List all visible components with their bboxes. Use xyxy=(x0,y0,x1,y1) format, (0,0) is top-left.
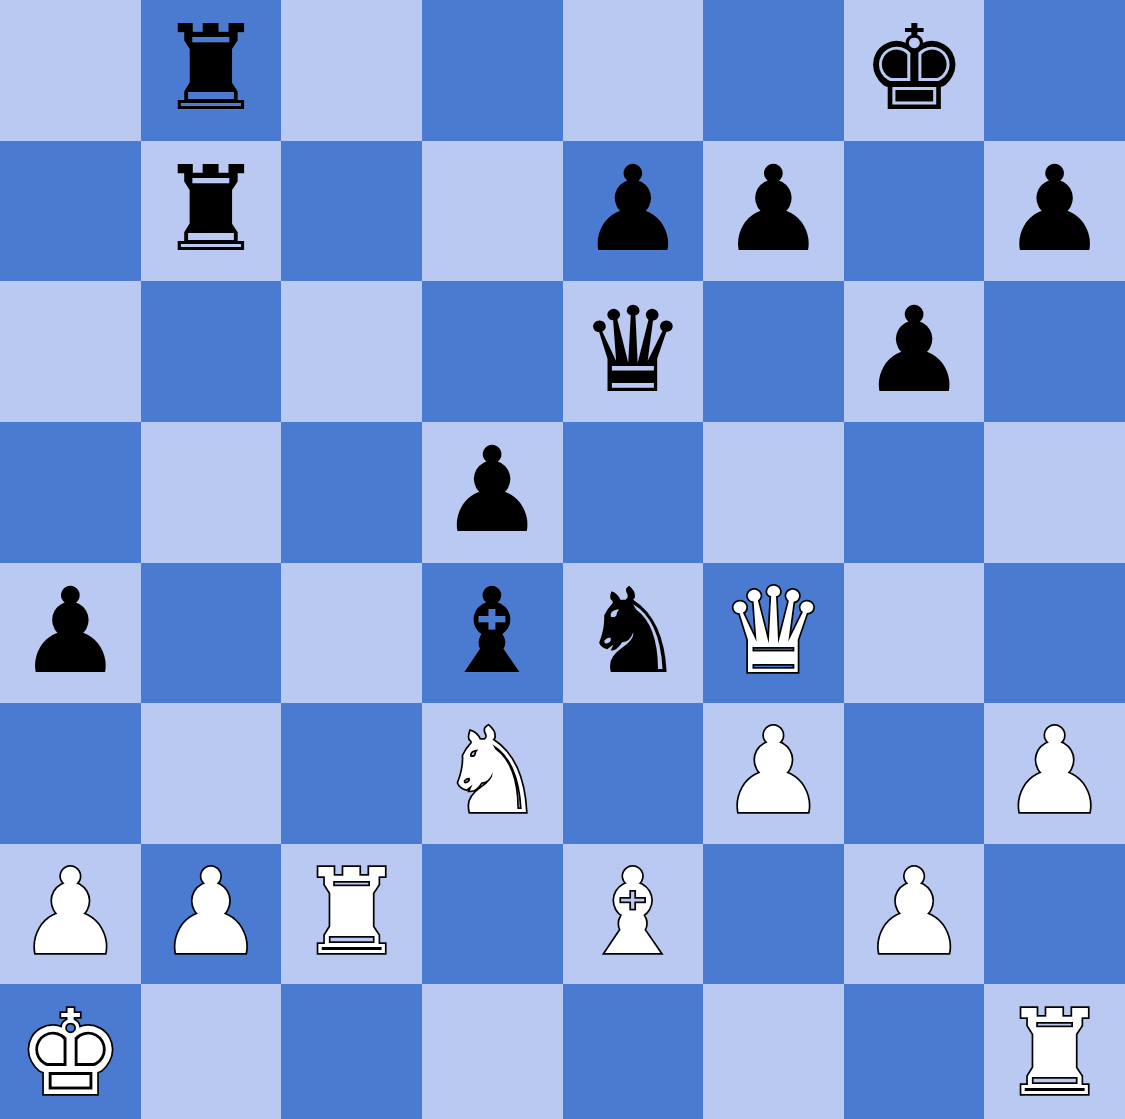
square-g3[interactable] xyxy=(844,703,985,844)
square-d6[interactable] xyxy=(422,281,563,422)
square-d2[interactable] xyxy=(422,844,563,985)
black-pawn[interactable]: ♟ xyxy=(580,150,686,268)
square-a4[interactable]: ♟ xyxy=(0,563,141,704)
square-f4[interactable]: ♛ xyxy=(703,563,844,704)
square-g2[interactable]: ♟ xyxy=(844,844,985,985)
white-pawn[interactable]: ♟ xyxy=(158,853,264,971)
square-f5[interactable] xyxy=(703,422,844,563)
white-bishop[interactable]: ♝ xyxy=(580,853,686,971)
square-c8[interactable] xyxy=(281,0,422,141)
white-knight[interactable]: ♞ xyxy=(439,712,545,830)
square-e1[interactable] xyxy=(563,984,704,1119)
white-queen[interactable]: ♛ xyxy=(721,572,827,690)
square-d1[interactable] xyxy=(422,984,563,1119)
square-f2[interactable] xyxy=(703,844,844,985)
square-c7[interactable] xyxy=(281,141,422,282)
square-h8[interactable] xyxy=(984,0,1125,141)
square-b1[interactable] xyxy=(141,984,282,1119)
square-a3[interactable] xyxy=(0,703,141,844)
square-h6[interactable] xyxy=(984,281,1125,422)
square-e3[interactable] xyxy=(563,703,704,844)
black-pawn[interactable]: ♟ xyxy=(439,431,545,549)
square-e8[interactable] xyxy=(563,0,704,141)
square-f3[interactable]: ♟ xyxy=(703,703,844,844)
square-d8[interactable] xyxy=(422,0,563,141)
square-a8[interactable] xyxy=(0,0,141,141)
chess-board-viewport: ♜♚♜♟♟♟♛♟♟♟♝♞♛♞♟♟♟♟♜♝♟♚♜ xyxy=(0,0,1125,1119)
square-h5[interactable] xyxy=(984,422,1125,563)
square-d4[interactable]: ♝ xyxy=(422,563,563,704)
black-pawn[interactable]: ♟ xyxy=(17,572,123,690)
square-h3[interactable]: ♟ xyxy=(984,703,1125,844)
square-f8[interactable] xyxy=(703,0,844,141)
white-rook[interactable]: ♜ xyxy=(1002,994,1108,1112)
white-pawn[interactable]: ♟ xyxy=(721,712,827,830)
black-knight[interactable]: ♞ xyxy=(580,572,686,690)
square-f1[interactable] xyxy=(703,984,844,1119)
square-b5[interactable] xyxy=(141,422,282,563)
square-a6[interactable] xyxy=(0,281,141,422)
square-e2[interactable]: ♝ xyxy=(563,844,704,985)
black-pawn[interactable]: ♟ xyxy=(1002,150,1108,268)
black-king[interactable]: ♚ xyxy=(861,9,967,127)
square-b8[interactable]: ♜ xyxy=(141,0,282,141)
square-h1[interactable]: ♜ xyxy=(984,984,1125,1119)
square-h2[interactable] xyxy=(984,844,1125,985)
black-queen[interactable]: ♛ xyxy=(580,291,686,409)
black-bishop[interactable]: ♝ xyxy=(439,572,545,690)
black-rook[interactable]: ♜ xyxy=(158,9,264,127)
square-h4[interactable] xyxy=(984,563,1125,704)
square-c6[interactable] xyxy=(281,281,422,422)
square-g4[interactable] xyxy=(844,563,985,704)
square-d7[interactable] xyxy=(422,141,563,282)
white-pawn[interactable]: ♟ xyxy=(17,853,123,971)
square-d5[interactable]: ♟ xyxy=(422,422,563,563)
square-b3[interactable] xyxy=(141,703,282,844)
square-e6[interactable]: ♛ xyxy=(563,281,704,422)
square-a1[interactable]: ♚ xyxy=(0,984,141,1119)
square-e7[interactable]: ♟ xyxy=(563,141,704,282)
square-c4[interactable] xyxy=(281,563,422,704)
black-rook[interactable]: ♜ xyxy=(158,150,264,268)
white-pawn[interactable]: ♟ xyxy=(861,853,967,971)
square-b7[interactable]: ♜ xyxy=(141,141,282,282)
square-g1[interactable] xyxy=(844,984,985,1119)
square-a5[interactable] xyxy=(0,422,141,563)
square-c5[interactable] xyxy=(281,422,422,563)
black-pawn[interactable]: ♟ xyxy=(721,150,827,268)
square-g7[interactable] xyxy=(844,141,985,282)
white-pawn[interactable]: ♟ xyxy=(1002,712,1108,830)
chess-board: ♜♚♜♟♟♟♛♟♟♟♝♞♛♞♟♟♟♟♜♝♟♚♜ xyxy=(0,0,1125,1119)
square-c2[interactable]: ♜ xyxy=(281,844,422,985)
square-b2[interactable]: ♟ xyxy=(141,844,282,985)
square-d3[interactable]: ♞ xyxy=(422,703,563,844)
square-h7[interactable]: ♟ xyxy=(984,141,1125,282)
square-f6[interactable] xyxy=(703,281,844,422)
square-c1[interactable] xyxy=(281,984,422,1119)
square-b4[interactable] xyxy=(141,563,282,704)
square-g6[interactable]: ♟ xyxy=(844,281,985,422)
square-b6[interactable] xyxy=(141,281,282,422)
square-c3[interactable] xyxy=(281,703,422,844)
square-e4[interactable]: ♞ xyxy=(563,563,704,704)
square-a7[interactable] xyxy=(0,141,141,282)
square-g8[interactable]: ♚ xyxy=(844,0,985,141)
white-king[interactable]: ♚ xyxy=(17,994,123,1112)
square-f7[interactable]: ♟ xyxy=(703,141,844,282)
square-e5[interactable] xyxy=(563,422,704,563)
white-rook[interactable]: ♜ xyxy=(299,853,405,971)
black-pawn[interactable]: ♟ xyxy=(861,291,967,409)
square-a2[interactable]: ♟ xyxy=(0,844,141,985)
square-g5[interactable] xyxy=(844,422,985,563)
